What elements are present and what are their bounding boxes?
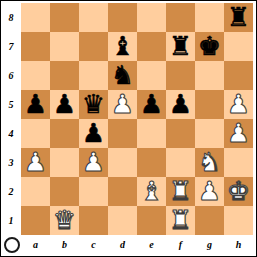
square-e1[interactable] (137, 206, 166, 235)
board: ♜♝♜♚♞♟♟♛♟♟♟♟♟♟♟♟♞♝♜♟♚♛♜ (21, 3, 253, 235)
square-d3[interactable] (108, 148, 137, 177)
square-g1[interactable] (195, 206, 224, 235)
piece-white-rook-f2[interactable]: ♜ (169, 177, 192, 206)
piece-black-pawn-f5[interactable]: ♟ (169, 90, 192, 119)
square-g7[interactable]: ♚ (195, 32, 224, 61)
square-c7[interactable] (79, 32, 108, 61)
square-e3[interactable] (137, 148, 166, 177)
file-label-b: b (50, 235, 79, 254)
piece-white-king-h2[interactable]: ♚ (227, 177, 250, 206)
white-to-move-indicator (4, 237, 20, 253)
square-h6[interactable] (224, 61, 253, 90)
square-c6[interactable] (79, 61, 108, 90)
square-b5[interactable]: ♟ (50, 90, 79, 119)
square-c3[interactable]: ♟ (79, 148, 108, 177)
piece-black-bishop-d7[interactable]: ♝ (111, 32, 134, 61)
square-e2[interactable]: ♝ (137, 177, 166, 206)
piece-black-pawn-b5[interactable]: ♟ (53, 90, 76, 119)
square-h8[interactable]: ♜ (224, 3, 253, 32)
square-b8[interactable] (50, 3, 79, 32)
square-f6[interactable] (166, 61, 195, 90)
chess-diagram: 87654321 ♜♝♜♚♞♟♟♛♟♟♟♟♟♟♟♟♞♝♜♟♚♛♜ abcdefg… (0, 0, 257, 257)
piece-white-rook-f1[interactable]: ♜ (169, 206, 192, 235)
rank-label-7: 7 (1, 32, 21, 61)
file-label-g: g (195, 235, 224, 254)
square-f7[interactable]: ♜ (166, 32, 195, 61)
square-b6[interactable] (50, 61, 79, 90)
square-h4[interactable]: ♟ (224, 119, 253, 148)
piece-black-rook-f7[interactable]: ♜ (169, 32, 192, 61)
file-labels: abcdefgh (21, 235, 253, 254)
rank-label-2: 2 (1, 177, 21, 206)
file-label-f: f (166, 235, 195, 254)
square-f1[interactable]: ♜ (166, 206, 195, 235)
square-g3[interactable]: ♞ (195, 148, 224, 177)
square-a5[interactable]: ♟ (21, 90, 50, 119)
square-f8[interactable] (166, 3, 195, 32)
square-b4[interactable] (50, 119, 79, 148)
piece-black-pawn-e5[interactable]: ♟ (140, 90, 163, 119)
square-g8[interactable] (195, 3, 224, 32)
piece-white-pawn-g2[interactable]: ♟ (198, 177, 221, 206)
rank-label-6: 6 (1, 61, 21, 90)
square-e6[interactable] (137, 61, 166, 90)
square-g4[interactable] (195, 119, 224, 148)
rank-label-1: 1 (1, 206, 21, 235)
piece-white-pawn-d5[interactable]: ♟ (111, 90, 134, 119)
piece-black-queen-c5[interactable]: ♛ (82, 90, 105, 119)
square-f3[interactable] (166, 148, 195, 177)
piece-black-knight-d6[interactable]: ♞ (111, 61, 134, 90)
square-d5[interactable]: ♟ (108, 90, 137, 119)
square-d7[interactable]: ♝ (108, 32, 137, 61)
square-a6[interactable] (21, 61, 50, 90)
rank-label-4: 4 (1, 119, 21, 148)
file-label-h: h (224, 235, 253, 254)
square-g6[interactable] (195, 61, 224, 90)
piece-white-pawn-h4[interactable]: ♟ (227, 119, 250, 148)
square-e5[interactable]: ♟ (137, 90, 166, 119)
square-c5[interactable]: ♛ (79, 90, 108, 119)
piece-black-pawn-c4[interactable]: ♟ (82, 119, 105, 148)
file-label-a: a (21, 235, 50, 254)
square-a2[interactable] (21, 177, 50, 206)
square-c8[interactable] (79, 3, 108, 32)
square-h7[interactable] (224, 32, 253, 61)
square-c2[interactable] (79, 177, 108, 206)
piece-white-queen-b1[interactable]: ♛ (53, 206, 76, 235)
square-c4[interactable]: ♟ (79, 119, 108, 148)
piece-white-knight-g3[interactable]: ♞ (198, 148, 221, 177)
square-d2[interactable] (108, 177, 137, 206)
piece-black-pawn-a5[interactable]: ♟ (24, 90, 47, 119)
square-h2[interactable]: ♚ (224, 177, 253, 206)
square-h5[interactable]: ♟ (224, 90, 253, 119)
square-a7[interactable] (21, 32, 50, 61)
square-d1[interactable] (108, 206, 137, 235)
square-f4[interactable] (166, 119, 195, 148)
piece-black-rook-h8[interactable]: ♜ (227, 3, 250, 32)
square-e4[interactable] (137, 119, 166, 148)
square-b1[interactable]: ♛ (50, 206, 79, 235)
square-a8[interactable] (21, 3, 50, 32)
square-a3[interactable]: ♟ (21, 148, 50, 177)
square-h1[interactable] (224, 206, 253, 235)
rank-label-3: 3 (1, 148, 21, 177)
square-b3[interactable] (50, 148, 79, 177)
square-a1[interactable] (21, 206, 50, 235)
rank-label-5: 5 (1, 90, 21, 119)
square-d4[interactable] (108, 119, 137, 148)
square-a4[interactable] (21, 119, 50, 148)
square-f2[interactable]: ♜ (166, 177, 195, 206)
square-h3[interactable] (224, 148, 253, 177)
square-f5[interactable]: ♟ (166, 90, 195, 119)
square-e7[interactable] (137, 32, 166, 61)
piece-white-bishop-e2[interactable]: ♝ (140, 177, 163, 206)
square-g2[interactable]: ♟ (195, 177, 224, 206)
piece-white-pawn-a3[interactable]: ♟ (24, 148, 47, 177)
square-b7[interactable] (50, 32, 79, 61)
square-d6[interactable]: ♞ (108, 61, 137, 90)
square-g5[interactable] (195, 90, 224, 119)
square-c1[interactable] (79, 206, 108, 235)
file-label-c: c (79, 235, 108, 254)
rank-label-8: 8 (1, 3, 21, 32)
piece-black-king-g7[interactable]: ♚ (198, 32, 221, 61)
file-label-e: e (137, 235, 166, 254)
square-d8[interactable] (108, 3, 137, 32)
square-e8[interactable] (137, 3, 166, 32)
piece-white-pawn-h5[interactable]: ♟ (227, 90, 250, 119)
file-label-d: d (108, 235, 137, 254)
square-b2[interactable] (50, 177, 79, 206)
piece-white-pawn-c3[interactable]: ♟ (82, 148, 105, 177)
rank-labels: 87654321 (1, 3, 21, 235)
